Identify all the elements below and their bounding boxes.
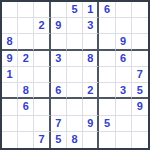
cell-r4c6[interactable]: 8 [83,51,99,67]
cell-r1c1[interactable] [2,2,18,18]
cell-r1c9[interactable] [132,2,148,18]
cell-r2c6[interactable]: 3 [83,18,99,34]
cell-r4c5[interactable] [67,51,83,67]
cell-r7c6[interactable] [83,99,99,115]
cell-r5c9[interactable]: 7 [132,67,148,83]
cell-r5c1[interactable]: 1 [2,67,18,83]
cell-r5c4[interactable] [51,67,67,83]
cell-r7c1[interactable] [2,99,18,115]
cell-r1c3[interactable] [34,2,50,18]
cell-r6c9[interactable]: 5 [132,83,148,99]
cell-r9c4[interactable]: 5 [51,132,67,148]
cell-r9c7[interactable] [99,132,115,148]
cell-r2c5[interactable] [67,18,83,34]
cell-r4c4[interactable]: 3 [51,51,67,67]
cell-r1c2[interactable] [18,2,34,18]
cell-r9c3[interactable]: 7 [34,132,50,148]
cell-r3c6[interactable] [83,34,99,50]
cell-r6c7[interactable] [99,83,115,99]
cell-r3c1[interactable]: 8 [2,34,18,50]
cell-r7c7[interactable] [99,99,115,115]
cell-r6c8[interactable]: 3 [116,83,132,99]
cell-r3c4[interactable] [51,34,67,50]
cell-r8c8[interactable] [116,116,132,132]
cell-r9c1[interactable] [2,132,18,148]
cell-r9c8[interactable] [116,132,132,148]
cell-r8c6[interactable]: 9 [83,116,99,132]
cell-r4c8[interactable]: 6 [116,51,132,67]
cell-r6c1[interactable] [2,83,18,99]
cell-r3c3[interactable] [34,34,50,50]
cell-r9c2[interactable] [18,132,34,148]
cell-r6c3[interactable] [34,83,50,99]
cell-r1c8[interactable] [116,2,132,18]
cell-r3c5[interactable] [67,34,83,50]
cell-r8c3[interactable] [34,116,50,132]
cell-r5c2[interactable] [18,67,34,83]
cell-r4c2[interactable]: 2 [18,51,34,67]
cell-r6c6[interactable]: 2 [83,83,99,99]
cell-r2c9[interactable] [132,18,148,34]
cell-r1c5[interactable]: 5 [67,2,83,18]
cell-r6c5[interactable] [67,83,83,99]
cell-r1c4[interactable] [51,2,67,18]
cell-r2c4[interactable]: 9 [51,18,67,34]
cell-r2c7[interactable] [99,18,115,34]
cell-r4c7[interactable] [99,51,115,67]
cell-r7c2[interactable]: 6 [18,99,34,115]
cell-r4c1[interactable]: 9 [2,51,18,67]
cell-r8c4[interactable]: 7 [51,116,67,132]
cell-r2c8[interactable] [116,18,132,34]
cell-r2c1[interactable] [2,18,18,34]
cell-r5c5[interactable] [67,67,83,83]
cell-r6c2[interactable]: 8 [18,83,34,99]
sudoku-board: 5162938992386178623569795758 [0,0,150,150]
cell-r4c9[interactable] [132,51,148,67]
cell-r4c3[interactable] [34,51,50,67]
cell-r8c1[interactable] [2,116,18,132]
cell-r6c4[interactable]: 6 [51,83,67,99]
cell-r2c3[interactable]: 2 [34,18,50,34]
cell-r3c9[interactable] [132,34,148,50]
cell-r5c7[interactable] [99,67,115,83]
cell-r5c6[interactable] [83,67,99,83]
cell-r7c4[interactable] [51,99,67,115]
cell-r3c8[interactable]: 9 [116,34,132,50]
cell-r8c9[interactable] [132,116,148,132]
cell-r7c9[interactable]: 9 [132,99,148,115]
cell-r7c8[interactable] [116,99,132,115]
cell-r8c5[interactable] [67,116,83,132]
cell-r8c2[interactable] [18,116,34,132]
cell-r7c3[interactable] [34,99,50,115]
cell-r7c5[interactable] [67,99,83,115]
cell-r1c6[interactable]: 1 [83,2,99,18]
cell-r9c9[interactable] [132,132,148,148]
cell-r5c8[interactable] [116,67,132,83]
cell-r9c6[interactable] [83,132,99,148]
cell-r5c3[interactable] [34,67,50,83]
cell-r9c5[interactable]: 8 [67,132,83,148]
cell-r2c2[interactable] [18,18,34,34]
cell-r3c2[interactable] [18,34,34,50]
cell-r3c7[interactable] [99,34,115,50]
cell-r8c7[interactable]: 5 [99,116,115,132]
cell-r1c7[interactable]: 6 [99,2,115,18]
